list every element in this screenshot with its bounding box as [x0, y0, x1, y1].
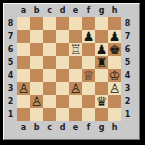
square-b4[interactable]: [30, 69, 43, 82]
square-e3[interactable]: ♙: [69, 82, 82, 95]
square-c5[interactable]: [43, 56, 56, 69]
board: abcdefgh887♟♟76♖♟♚65♜54♕♔43♙♙♙32♙♛211abc…: [4, 4, 134, 134]
rank-label-left-3: 3: [4, 82, 17, 95]
file-label-bottom-e: e: [69, 121, 82, 134]
black-king: ♚: [109, 43, 121, 56]
square-d6[interactable]: [56, 43, 69, 56]
square-f4[interactable]: ♕: [82, 69, 95, 82]
file-label-top-f: f: [82, 4, 95, 17]
square-d7[interactable]: [56, 30, 69, 43]
square-e2[interactable]: [69, 95, 82, 108]
square-h6[interactable]: ♚: [108, 43, 121, 56]
square-f1[interactable]: [82, 108, 95, 121]
file-label-top-a: a: [17, 4, 30, 17]
black-pawn: ♟: [109, 30, 121, 43]
rank-label-right-3: 3: [121, 82, 134, 95]
file-label-top-c: c: [43, 4, 56, 17]
rank-label-right-1: 1: [121, 108, 134, 121]
square-c3[interactable]: [43, 82, 56, 95]
square-a5[interactable]: [17, 56, 30, 69]
file-label-bottom-f: f: [82, 121, 95, 134]
file-label-bottom-a: a: [17, 121, 30, 134]
square-e5[interactable]: [69, 56, 82, 69]
rank-label-right-8: 8: [121, 17, 134, 30]
square-f2[interactable]: [82, 95, 95, 108]
black-rook: ♜: [96, 56, 108, 69]
square-f5[interactable]: [82, 56, 95, 69]
square-d2[interactable]: [56, 95, 69, 108]
square-g2[interactable]: ♛: [95, 95, 108, 108]
white-rook: ♖: [70, 43, 82, 56]
file-label-top-d: d: [56, 4, 69, 17]
file-label-bottom-h: h: [108, 121, 121, 134]
rank-label-left-4: 4: [4, 69, 17, 82]
file-label-bottom-g: g: [95, 121, 108, 134]
white-king: ♔: [109, 69, 121, 82]
rank-label-right-2: 2: [121, 95, 134, 108]
square-a6[interactable]: [17, 43, 30, 56]
square-a2[interactable]: [17, 95, 30, 108]
square-h5[interactable]: [108, 56, 121, 69]
square-b3[interactable]: [30, 82, 43, 95]
black-pawn: ♟: [83, 30, 95, 43]
file-label-top-e: e: [69, 4, 82, 17]
square-b5[interactable]: [30, 56, 43, 69]
square-h7[interactable]: ♟: [108, 30, 121, 43]
square-h4[interactable]: ♔: [108, 69, 121, 82]
square-f6[interactable]: [82, 43, 95, 56]
frame-corner: [121, 121, 134, 134]
file-label-bottom-d: d: [56, 121, 69, 134]
chess-diagram: abcdefgh887♟♟76♖♟♚65♜54♕♔43♙♙♙32♙♛211abc…: [0, 0, 145, 145]
square-g8[interactable]: [95, 17, 108, 30]
square-g1[interactable]: [95, 108, 108, 121]
rank-label-left-7: 7: [4, 30, 17, 43]
square-c1[interactable]: [43, 108, 56, 121]
square-h1[interactable]: [108, 108, 121, 121]
rank-label-left-8: 8: [4, 17, 17, 30]
square-b6[interactable]: [30, 43, 43, 56]
square-d5[interactable]: [56, 56, 69, 69]
rank-label-left-6: 6: [4, 43, 17, 56]
white-pawn: ♙: [31, 95, 43, 108]
square-c2[interactable]: [43, 95, 56, 108]
square-b7[interactable]: [30, 30, 43, 43]
file-label-top-h: h: [108, 4, 121, 17]
file-label-top-g: g: [95, 4, 108, 17]
rank-label-left-5: 5: [4, 56, 17, 69]
square-b2[interactable]: ♙: [30, 95, 43, 108]
square-h2[interactable]: [108, 95, 121, 108]
rank-label-right-4: 4: [121, 69, 134, 82]
square-f3[interactable]: [82, 82, 95, 95]
square-e4[interactable]: [69, 69, 82, 82]
square-c7[interactable]: [43, 30, 56, 43]
file-label-bottom-c: c: [43, 121, 56, 134]
file-label-bottom-b: b: [30, 121, 43, 134]
square-a7[interactable]: [17, 30, 30, 43]
square-a4[interactable]: [17, 69, 30, 82]
square-f8[interactable]: [82, 17, 95, 30]
rank-label-right-6: 6: [121, 43, 134, 56]
square-g3[interactable]: [95, 82, 108, 95]
black-queen: ♛: [96, 95, 108, 108]
frame-corner: [121, 4, 134, 17]
board-frame: abcdefgh887♟♟76♖♟♚65♜54♕♔43♙♙♙32♙♛211abc…: [3, 3, 140, 140]
square-e8[interactable]: [69, 17, 82, 30]
rank-label-right-7: 7: [121, 30, 134, 43]
frame-corner: [4, 4, 17, 17]
square-e6[interactable]: ♖: [69, 43, 82, 56]
square-a3[interactable]: ♙: [17, 82, 30, 95]
file-label-top-b: b: [30, 4, 43, 17]
white-pawn: ♙: [70, 82, 82, 95]
square-b1[interactable]: [30, 108, 43, 121]
square-h8[interactable]: [108, 17, 121, 30]
frame-corner: [4, 121, 17, 134]
square-g7[interactable]: [95, 30, 108, 43]
square-g4[interactable]: [95, 69, 108, 82]
black-pawn: ♟: [96, 43, 108, 56]
white-pawn: ♙: [109, 82, 121, 95]
square-e1[interactable]: [69, 108, 82, 121]
square-c4[interactable]: [43, 69, 56, 82]
square-a1[interactable]: [17, 108, 30, 121]
square-d8[interactable]: [56, 17, 69, 30]
square-d3[interactable]: [56, 82, 69, 95]
square-h3[interactable]: ♙: [108, 82, 121, 95]
square-f7[interactable]: ♟: [82, 30, 95, 43]
square-g5[interactable]: ♜: [95, 56, 108, 69]
white-pawn: ♙: [18, 82, 30, 95]
rank-label-left-1: 1: [4, 108, 17, 121]
square-d4[interactable]: [56, 69, 69, 82]
square-d1[interactable]: [56, 108, 69, 121]
white-queen: ♕: [83, 69, 95, 82]
square-c6[interactable]: [43, 43, 56, 56]
square-b8[interactable]: [30, 17, 43, 30]
rank-label-left-2: 2: [4, 95, 17, 108]
square-g6[interactable]: ♟: [95, 43, 108, 56]
square-c8[interactable]: [43, 17, 56, 30]
square-e7[interactable]: [69, 30, 82, 43]
rank-label-right-5: 5: [121, 56, 134, 69]
square-a8[interactable]: [17, 17, 30, 30]
